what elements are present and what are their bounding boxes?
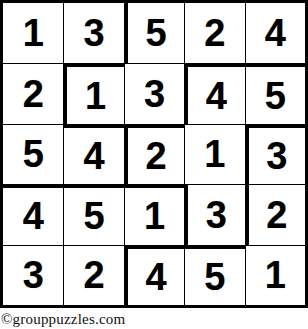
cell-r5c3: 4 (124, 245, 184, 305)
cell-value: 4 (23, 197, 44, 235)
cell-r4c1: 4 (3, 184, 63, 244)
cell-value: 2 (23, 75, 44, 113)
cell-r5c5: 1 (245, 245, 305, 305)
cell-value: 2 (266, 196, 287, 234)
cell-value: 5 (23, 135, 44, 173)
cell-value: 1 (23, 14, 44, 52)
cell-value: 1 (204, 135, 225, 173)
cell-r1c4: 2 (184, 3, 244, 63)
cell-r5c1: 3 (3, 245, 63, 305)
sudoku-board: 1352421345542134513232451 (0, 0, 308, 308)
cell-r2c5: 5 (245, 63, 305, 123)
cell-r3c4: 1 (184, 124, 244, 184)
cell-r4c5: 2 (245, 184, 305, 244)
cell-value: 3 (23, 256, 44, 294)
cell-r3c2: 4 (63, 124, 123, 184)
cell-r2c2: 1 (63, 63, 123, 123)
cell-r1c3: 5 (124, 3, 184, 63)
cell-value: 5 (84, 197, 105, 235)
cell-r5c4: 5 (184, 245, 244, 305)
cell-r4c4: 3 (184, 184, 244, 244)
cell-value: 4 (206, 77, 227, 115)
cell-r2c3: 3 (124, 63, 184, 123)
cell-value: 5 (145, 14, 166, 52)
cell-value: 5 (265, 77, 286, 115)
cell-r2c1: 2 (3, 63, 63, 123)
cell-r4c2: 5 (63, 184, 123, 244)
puzzle-page: 1352421345542134513232451 ©grouppuzzles.… (0, 0, 308, 329)
cell-r3c5: 3 (245, 124, 305, 184)
cell-value: 1 (265, 256, 286, 294)
cell-value: 4 (265, 14, 286, 52)
cell-value: 3 (206, 196, 227, 234)
cell-r4c3: 1 (124, 184, 184, 244)
cell-value: 3 (144, 75, 165, 113)
cell-value: 4 (84, 137, 105, 175)
cell-value: 2 (145, 137, 166, 175)
cell-r3c3: 2 (124, 124, 184, 184)
cell-value: 1 (85, 77, 106, 115)
copyright-text: ©grouppuzzles.com (1, 309, 307, 329)
cell-r1c5: 4 (245, 3, 305, 63)
cell-r5c2: 2 (63, 245, 123, 305)
cell-r1c2: 3 (63, 3, 123, 63)
cell-value: 4 (145, 258, 166, 296)
cell-r1c1: 1 (3, 3, 63, 63)
cell-value: 3 (266, 137, 287, 175)
cell-value: 2 (204, 14, 225, 52)
cell-value: 3 (84, 14, 105, 52)
cell-value: 5 (204, 258, 225, 296)
cell-r2c4: 4 (184, 63, 244, 123)
cell-value: 2 (84, 256, 105, 294)
cell-r3c1: 5 (3, 124, 63, 184)
cell-value: 1 (144, 197, 165, 235)
